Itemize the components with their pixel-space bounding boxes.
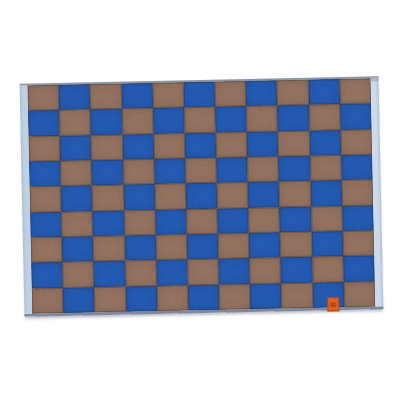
board-cell-blue (63, 287, 95, 313)
board-cell-tan (30, 186, 62, 212)
board-cell-tan (90, 84, 122, 110)
board-cell-blue (60, 135, 92, 161)
board-cell-tan (157, 285, 189, 311)
board-cell-blue (61, 186, 93, 212)
board-cell-blue (248, 182, 280, 208)
board-cell-blue (29, 161, 61, 187)
board-cell-tan (93, 236, 125, 262)
board-cell-tan (219, 284, 251, 310)
board-cell-tan (32, 288, 64, 314)
board-cell-blue (343, 256, 375, 282)
board-cell-tan (309, 104, 341, 130)
board-cell-tan (152, 82, 184, 108)
board-cell-blue (156, 260, 188, 286)
board-cell-blue (311, 231, 343, 257)
board-cell-tan (94, 286, 126, 312)
selvage-top-cap (371, 76, 379, 81)
board-cell-blue (215, 106, 247, 132)
board-cell-tan (278, 130, 310, 156)
board-cell-tan (343, 230, 375, 256)
board-cell-blue (217, 208, 249, 234)
board-cell-tan (153, 133, 185, 159)
board-cell-blue (122, 134, 154, 160)
board-cell-blue (91, 109, 123, 135)
board-cell-tan (60, 160, 92, 186)
board-cell-tan (91, 134, 123, 160)
board-cell-tan (125, 260, 157, 286)
board-cell-tan (312, 256, 344, 282)
board-cell-blue (125, 286, 157, 312)
board-cell-tan (344, 281, 376, 307)
board-cell-blue (154, 158, 186, 184)
board-cell-blue (340, 104, 372, 130)
board-cell-tan (154, 184, 186, 210)
brand-tag-logo-icon (330, 302, 336, 307)
board-cell-tan (186, 208, 218, 234)
board-cell-tan (123, 159, 155, 185)
board-cell-tan (31, 237, 63, 263)
board-cell-tan (61, 211, 93, 237)
board-cell-tan (28, 85, 60, 111)
board-cell-tan (277, 80, 309, 106)
board-cell-tan (215, 81, 247, 107)
board-cell-blue (187, 234, 219, 260)
board-cell-blue (31, 262, 63, 288)
board-cell-tan (280, 232, 312, 258)
board-cell-tan (249, 207, 281, 233)
board-cell-blue (28, 110, 60, 136)
board-cell-tan (184, 107, 216, 133)
board-cell-tan (339, 78, 371, 104)
board-cell-tan (281, 282, 313, 308)
board-cell-blue (216, 157, 248, 183)
board-cell-tan (185, 158, 217, 184)
board-cell-tan (246, 106, 278, 132)
board-cell-tan (92, 185, 124, 211)
checkerboard (28, 78, 376, 313)
board-cell-tan (29, 136, 61, 162)
photo-background (0, 0, 400, 400)
board-cell-blue (310, 180, 342, 206)
brand-tag (327, 297, 339, 311)
board-cell-blue (188, 284, 220, 310)
board-cell-tan (124, 210, 156, 236)
board-cell-tan (217, 182, 249, 208)
board-cell-blue (94, 261, 126, 287)
board-cell-blue (30, 212, 62, 238)
board-cell-blue (59, 84, 91, 110)
board-cell-blue (250, 283, 282, 309)
board-cell-blue (278, 105, 310, 131)
board-cell-blue (123, 184, 155, 210)
board-cell-tan (250, 258, 282, 284)
board-cell-tan (279, 181, 311, 207)
board-cell-blue (279, 156, 311, 182)
board-cell-blue (184, 82, 216, 108)
board-cell-blue (93, 210, 125, 236)
board-cell-blue (246, 80, 278, 106)
board-cell-blue (153, 108, 185, 134)
board-cell-blue (186, 183, 218, 209)
board-cell-tan (311, 206, 343, 232)
board-cell-blue (92, 160, 124, 186)
board-cell-blue (185, 132, 217, 158)
board-cell-blue (62, 236, 94, 262)
board-cell-tan (342, 180, 374, 206)
board-cell-blue (280, 206, 312, 232)
board-cell-blue (342, 205, 374, 231)
board-cell-blue (308, 79, 340, 105)
board-cell-blue (309, 130, 341, 156)
board-cell-tan (63, 262, 95, 288)
board-cell-tan (59, 110, 91, 136)
board-cell-tan (310, 155, 342, 181)
board-cell-blue (124, 235, 156, 261)
board-cell-blue (155, 209, 187, 235)
board-cell-blue (247, 131, 279, 157)
board-cell-tan (216, 132, 248, 158)
board-cell-blue (249, 232, 281, 258)
board-cell-tan (187, 259, 219, 285)
board-cell-tan (122, 108, 154, 134)
checkered-towel (20, 76, 384, 316)
board-cell-blue (218, 258, 250, 284)
board-cell-tan (340, 129, 372, 155)
board-cell-tan (247, 156, 279, 182)
board-cell-blue (281, 257, 313, 283)
board-cell-blue (121, 83, 153, 109)
board-cell-tan (218, 233, 250, 259)
board-cell-blue (341, 154, 373, 180)
board-cell-tan (156, 234, 188, 260)
